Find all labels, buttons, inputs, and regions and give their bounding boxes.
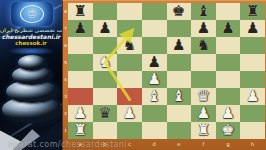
channel-sidebar: ♔ سایت تخصصی شطرنج ایران chessardestani.… <box>0 0 62 150</box>
piece-bR-h8[interactable]: ♜ <box>246 3 259 20</box>
square-g6[interactable] <box>216 37 241 54</box>
square-g2[interactable]: ♟ <box>216 105 241 122</box>
square-f3[interactable]: ♛ <box>191 88 216 105</box>
square-d1[interactable] <box>142 122 167 139</box>
square-h7[interactable]: ♟ <box>240 20 265 37</box>
piece-wK-g1[interactable]: ♚ <box>221 122 234 139</box>
square-h4[interactable] <box>240 71 265 88</box>
square-b6[interactable] <box>93 37 118 54</box>
file-label: d <box>142 139 167 150</box>
square-c4[interactable] <box>117 71 142 88</box>
board-squares: ♜♚♝♜♟♟♟♟♟♞♟♞♞♟♟♝♝♛♟♟♛♟♟♟♜♜♚ <box>68 3 265 139</box>
watermark-text: aparat.com/chessardestani <box>8 140 127 149</box>
piece-wR-f1[interactable]: ♜ <box>197 122 210 139</box>
crown-icon: ♔ <box>11 6 53 22</box>
site-url-primary: chessardestani.ir <box>0 33 62 40</box>
chess-federation-logo: ♔ <box>10 1 54 27</box>
square-c1[interactable] <box>117 122 142 139</box>
square-b4[interactable] <box>93 71 118 88</box>
square-b7[interactable]: ♟ <box>93 20 118 37</box>
piece-bP-e6[interactable]: ♟ <box>172 37 185 54</box>
square-b5[interactable]: ♞ <box>93 54 118 71</box>
square-e2[interactable] <box>167 105 192 122</box>
square-e8[interactable]: ♚ <box>167 3 192 20</box>
square-a4[interactable] <box>68 71 93 88</box>
rank-label: 6 <box>64 39 68 53</box>
square-b8[interactable] <box>93 3 118 20</box>
piece-wR-a1[interactable]: ♜ <box>74 122 87 139</box>
site-url-secondary: chessok.ir <box>0 40 62 46</box>
rank-label: 2 <box>64 107 68 121</box>
glossy-disc-graphic <box>18 55 46 71</box>
square-d7[interactable] <box>142 20 167 37</box>
piece-wP-g2[interactable]: ♟ <box>221 105 234 122</box>
square-e3[interactable]: ♝ <box>167 88 192 105</box>
rank-label: 1 <box>64 124 68 138</box>
piece-wP-c2[interactable]: ♟ <box>123 105 136 122</box>
chess-board-frame: 87654321 ♜♚♝♜♟♟♟♟♟♞♟♞♞♟♟♝♝♛♟♟♛♟♟♟♜♜♚ abc… <box>62 0 266 150</box>
square-g4[interactable] <box>216 71 241 88</box>
square-e6[interactable]: ♟ <box>167 37 192 54</box>
square-g3[interactable] <box>216 88 241 105</box>
piece-wN-b5[interactable]: ♞ <box>98 54 111 71</box>
file-label: f <box>191 139 216 150</box>
rank-label: 5 <box>64 56 68 70</box>
square-d4[interactable]: ♟ <box>142 71 167 88</box>
piece-wP-h3[interactable]: ♟ <box>246 88 259 105</box>
piece-bP-a7[interactable]: ♟ <box>74 20 87 37</box>
piece-bP-f7[interactable]: ♟ <box>197 20 210 37</box>
piece-wP-a2[interactable]: ♟ <box>74 105 87 122</box>
square-d5[interactable]: ♟ <box>142 54 167 71</box>
piece-wP-f2[interactable]: ♟ <box>197 105 210 122</box>
square-a6[interactable] <box>68 37 93 54</box>
square-d6[interactable] <box>142 37 167 54</box>
square-c6[interactable]: ♞ <box>117 37 142 54</box>
square-a8[interactable]: ♜ <box>68 3 93 20</box>
square-f7[interactable]: ♟ <box>191 20 216 37</box>
rank-label: 8 <box>64 5 68 19</box>
square-f8[interactable]: ♝ <box>191 3 216 20</box>
square-g7[interactable]: ♟ <box>216 20 241 37</box>
square-c8[interactable] <box>117 3 142 20</box>
square-e7[interactable] <box>167 20 192 37</box>
piece-bB-f8[interactable]: ♝ <box>197 3 210 20</box>
square-f5[interactable] <box>191 54 216 71</box>
piece-wB-d3[interactable]: ♝ <box>147 88 160 105</box>
square-b3[interactable] <box>93 88 118 105</box>
piece-bP-h7[interactable]: ♟ <box>246 20 259 37</box>
square-c2[interactable]: ♟ <box>117 105 142 122</box>
square-f6[interactable]: ♞ <box>191 37 216 54</box>
blue-glow-decoration <box>0 48 62 54</box>
square-g1[interactable]: ♚ <box>216 122 241 139</box>
rank-label: 3 <box>64 90 68 104</box>
piece-bP-b7[interactable]: ♟ <box>98 20 111 37</box>
square-g5[interactable] <box>216 54 241 71</box>
square-a2[interactable]: ♟ <box>68 105 93 122</box>
square-f2[interactable]: ♟ <box>191 105 216 122</box>
square-a5[interactable] <box>68 54 93 71</box>
piece-bK-e8[interactable]: ♚ <box>172 3 185 20</box>
square-d2[interactable] <box>142 105 167 122</box>
file-label: h <box>240 139 265 150</box>
square-e1[interactable] <box>167 122 192 139</box>
square-d8[interactable] <box>142 3 167 20</box>
square-h1[interactable] <box>240 122 265 139</box>
square-f4[interactable] <box>191 71 216 88</box>
square-f1[interactable]: ♜ <box>191 122 216 139</box>
square-h8[interactable]: ♜ <box>240 3 265 20</box>
square-h6[interactable] <box>240 37 265 54</box>
square-c3[interactable] <box>117 88 142 105</box>
square-g8[interactable] <box>216 3 241 20</box>
piece-bN-c6[interactable]: ♞ <box>123 37 136 54</box>
square-h5[interactable] <box>240 54 265 71</box>
square-h3[interactable]: ♟ <box>240 88 265 105</box>
piece-bN-f6[interactable]: ♞ <box>197 37 210 54</box>
square-b2[interactable]: ♛ <box>93 105 118 122</box>
square-c5[interactable] <box>117 54 142 71</box>
square-h2[interactable] <box>240 105 265 122</box>
square-d3[interactable]: ♝ <box>142 88 167 105</box>
square-a1[interactable]: ♜ <box>68 122 93 139</box>
square-c7[interactable] <box>117 20 142 37</box>
piece-bP-d5[interactable]: ♟ <box>147 54 160 71</box>
piece-wP-d4[interactable]: ♟ <box>147 71 160 88</box>
rank-label: 7 <box>64 22 68 36</box>
square-e4[interactable] <box>167 71 192 88</box>
piece-bP-g7[interactable]: ♟ <box>221 20 234 37</box>
piece-bQ-b2[interactable]: ♛ <box>98 105 111 122</box>
piece-bR-a8[interactable]: ♜ <box>74 3 87 20</box>
piece-wQ-f3[interactable]: ♛ <box>197 88 210 105</box>
piece-wB-e3[interactable]: ♝ <box>172 88 185 105</box>
square-a3[interactable] <box>68 88 93 105</box>
video-thumbnail: ♔ سایت تخصصی شطرنج ایران chessardestani.… <box>0 0 266 150</box>
square-b1[interactable] <box>93 122 118 139</box>
file-label: e <box>167 139 192 150</box>
square-a7[interactable]: ♟ <box>68 20 93 37</box>
rank-label: 4 <box>64 73 68 87</box>
square-e5[interactable] <box>167 54 192 71</box>
file-label: g <box>216 139 241 150</box>
